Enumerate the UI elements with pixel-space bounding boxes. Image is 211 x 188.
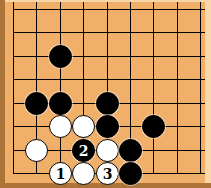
white-stone <box>72 115 95 138</box>
grid-line-horizontal <box>13 79 205 80</box>
move-number-label: 3 <box>103 167 113 181</box>
grid-line-vertical <box>60 2 61 174</box>
grid-line-horizontal <box>13 56 205 57</box>
white-stone <box>96 139 119 162</box>
grid-line-vertical <box>200 2 201 174</box>
grid-line-vertical <box>177 2 178 174</box>
black-stone-move-2: 2 <box>72 139 95 162</box>
board-frame-right-edge <box>205 0 211 188</box>
black-stone <box>142 115 165 138</box>
black-stone <box>25 92 48 115</box>
white-stone <box>49 115 72 138</box>
black-stone <box>49 45 72 68</box>
grid-line-horizontal <box>13 9 205 10</box>
black-stone <box>96 92 119 115</box>
board-frame-left-edge <box>0 0 5 188</box>
black-stone <box>119 139 142 162</box>
white-stone <box>25 139 48 162</box>
move-number-label: 1 <box>56 167 66 181</box>
black-stone <box>119 162 142 185</box>
white-stone <box>72 162 95 185</box>
board-frame-top-edge <box>0 0 211 2</box>
white-stone-move-1: 1 <box>49 162 72 185</box>
black-stone <box>49 92 72 115</box>
go-board-diagram: 213 <box>0 0 211 188</box>
grid-line-horizontal <box>13 32 205 33</box>
black-stone <box>96 115 119 138</box>
white-stone-move-3: 3 <box>96 162 119 185</box>
grid-line-vertical <box>153 2 154 174</box>
grid-line-vertical <box>13 2 14 174</box>
move-number-label: 2 <box>79 144 89 158</box>
